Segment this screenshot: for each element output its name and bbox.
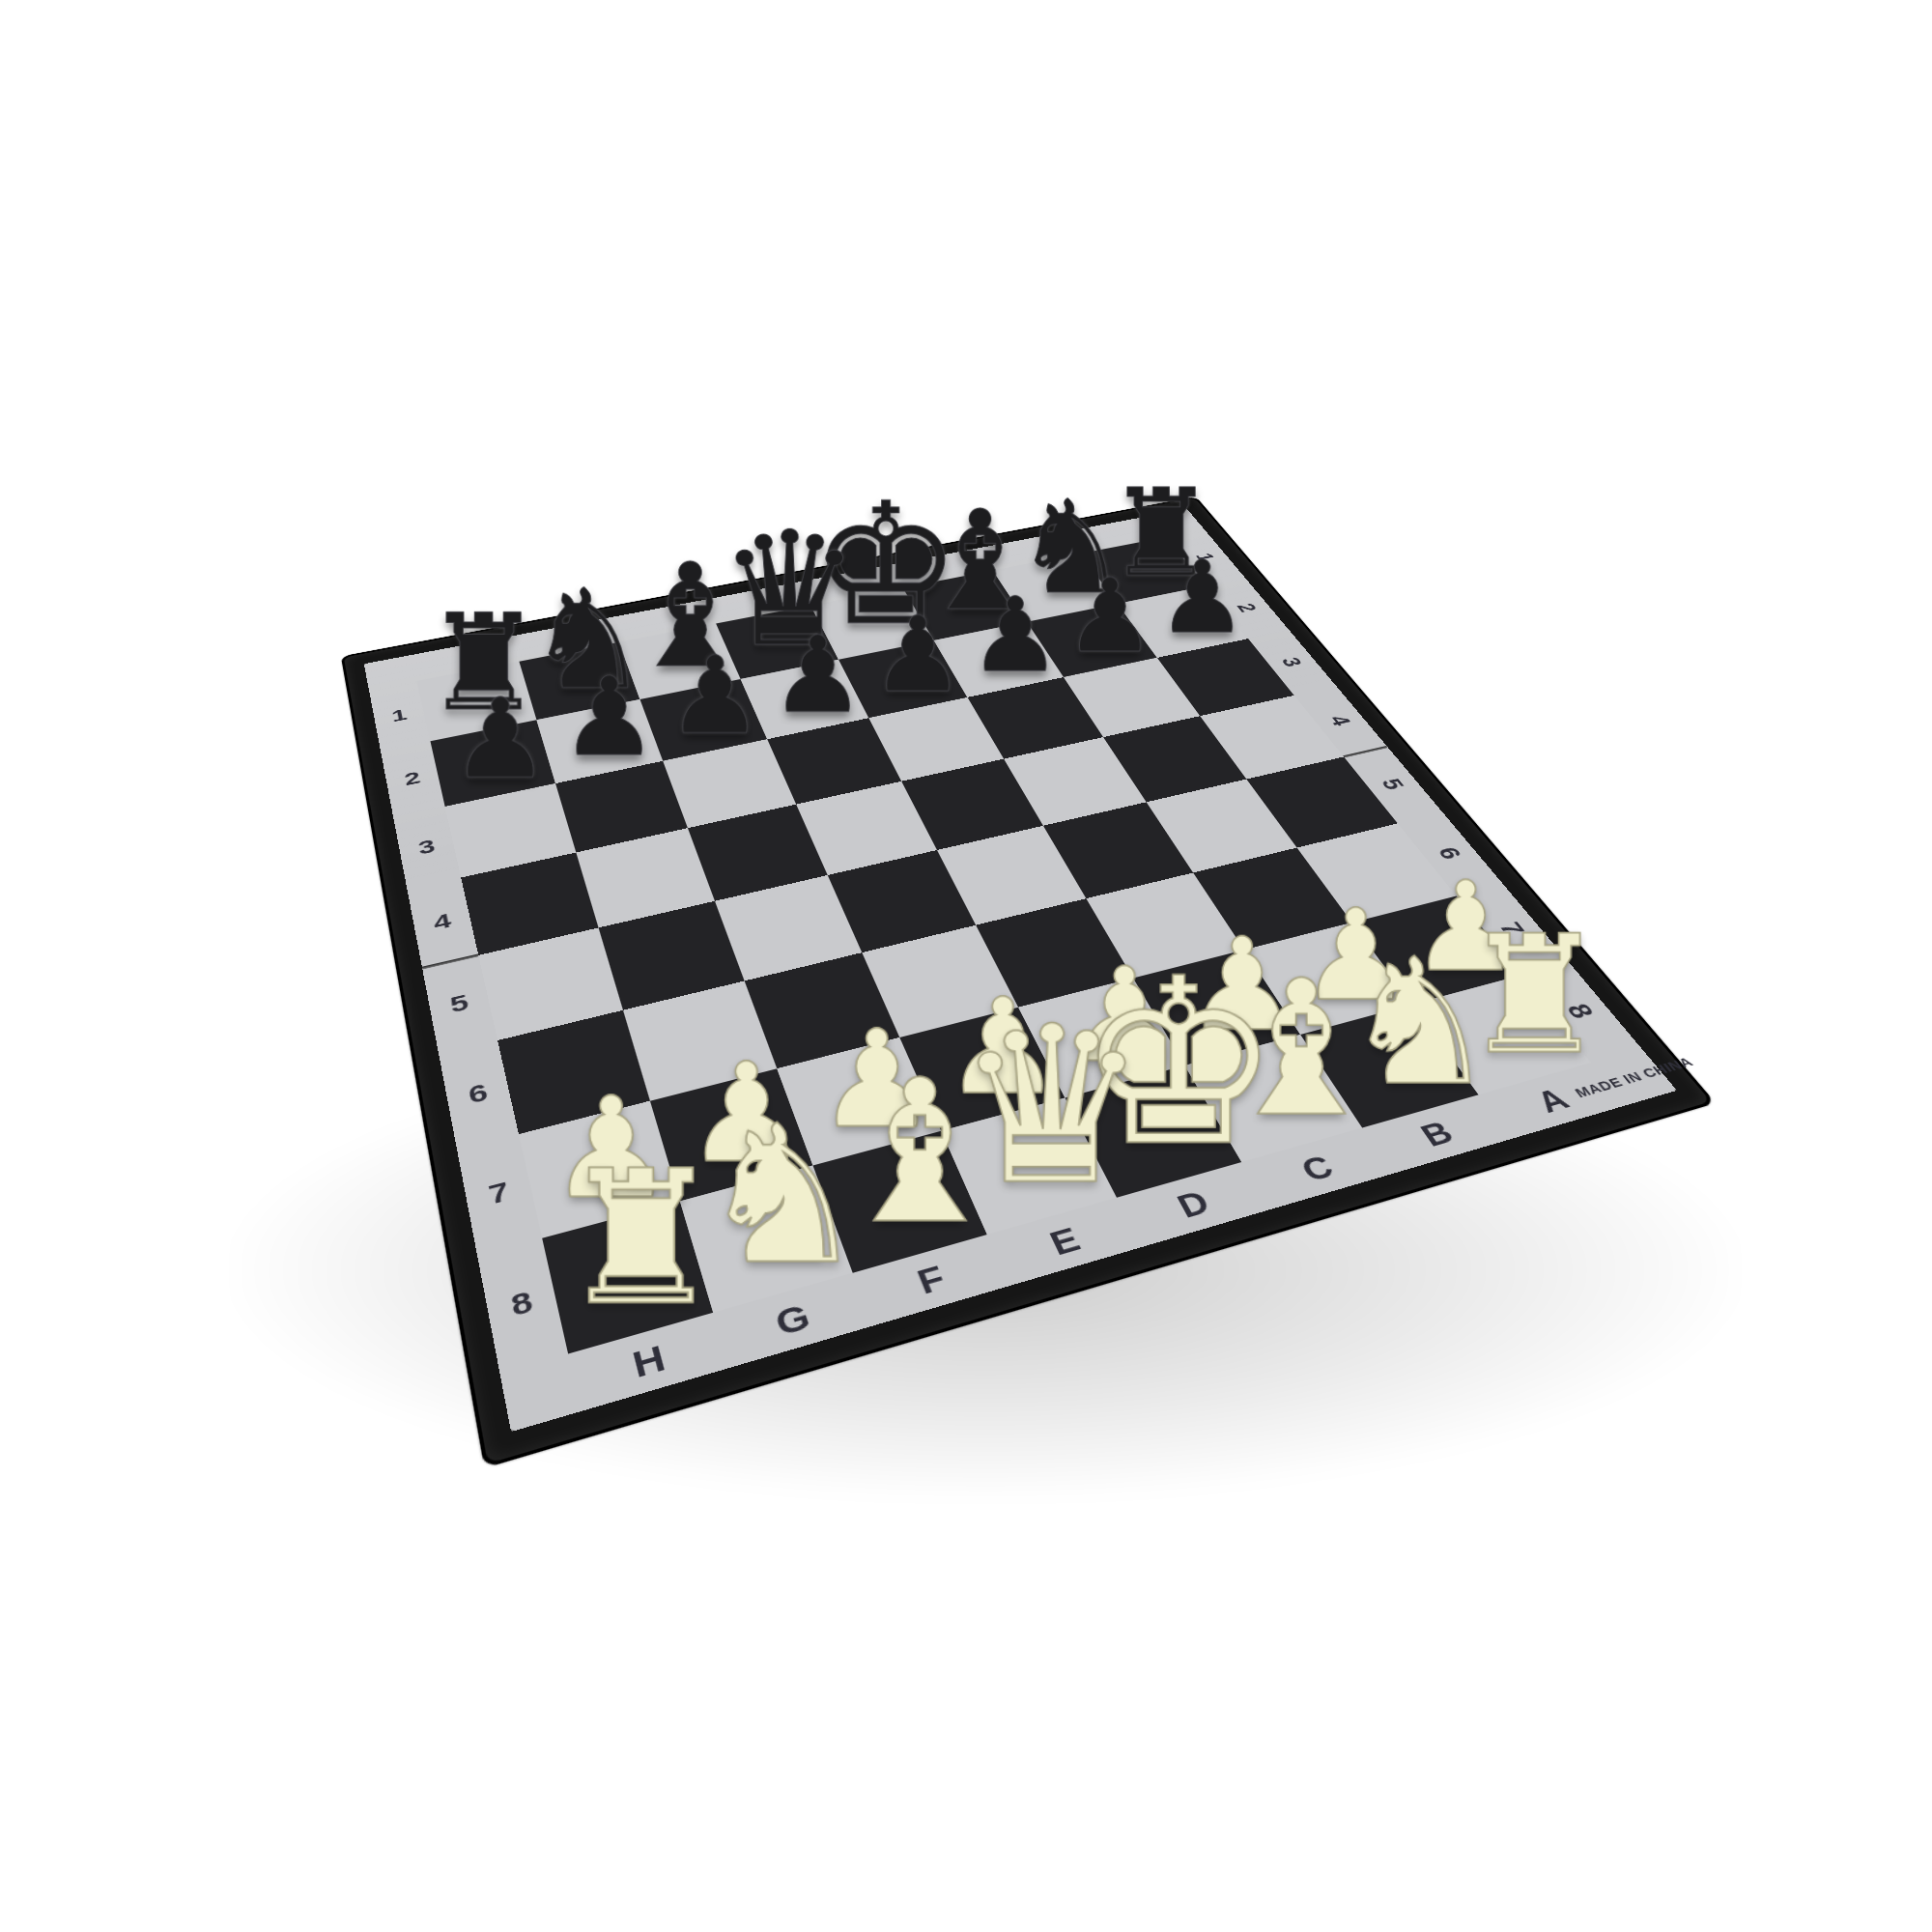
- piece-black-pawn-a2: ♟: [1157, 547, 1247, 647]
- square-c5: [1043, 802, 1193, 898]
- piece-black-pawn-h2: ♟: [451, 684, 550, 794]
- piece-white-rook-h8: ♜: [558, 1147, 724, 1331]
- photo-canvas: 1♜♞♝♛♚♝♞♜12♟♟♟♟♟♟♟♟2334455667♟♟♟♟♟♟♟♟78♜…: [0, 0, 1932, 1932]
- piece-black-pawn-e2: ♟: [771, 622, 866, 727]
- rank-label-left-4: 4: [407, 878, 478, 969]
- piece-black-pawn-b2: ♟: [1065, 565, 1155, 667]
- piece-black-pawn-d2: ♟: [871, 603, 965, 707]
- square-g2: ♟: [536, 699, 663, 783]
- scene: 1♜♞♝♛♚♝♞♜12♟♟♟♟♟♟♟♟2334455667♟♟♟♟♟♟♟♟78♜…: [406, 319, 1468, 1381]
- piece-black-pawn-g2: ♟: [560, 663, 658, 771]
- piece-black-pawn-f2: ♟: [667, 642, 762, 750]
- piece-black-pawn-c2: ♟: [969, 583, 1061, 686]
- square-h8: ♜: [542, 1201, 713, 1353]
